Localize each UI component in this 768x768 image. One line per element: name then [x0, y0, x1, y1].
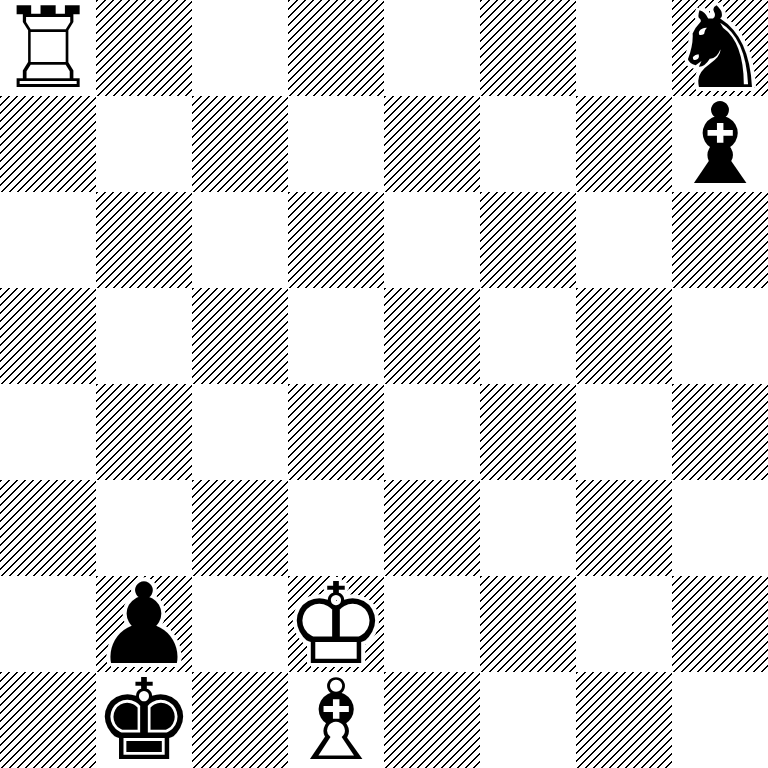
square-c8[interactable] — [192, 0, 288, 96]
square-f8[interactable] — [480, 0, 576, 96]
square-a7[interactable] — [0, 96, 96, 192]
square-h1[interactable] — [672, 672, 768, 768]
square-b4[interactable] — [96, 384, 192, 480]
square-g6[interactable] — [576, 192, 672, 288]
square-h2[interactable] — [672, 576, 768, 672]
square-h4[interactable] — [672, 384, 768, 480]
square-f5[interactable] — [480, 288, 576, 384]
square-c3[interactable] — [192, 480, 288, 576]
square-c1[interactable] — [192, 672, 288, 768]
square-c5[interactable] — [192, 288, 288, 384]
white-piece-glyph: ♖ — [0, 0, 96, 96]
square-e4[interactable] — [384, 384, 480, 480]
square-d5[interactable] — [288, 288, 384, 384]
square-d4[interactable] — [288, 384, 384, 480]
square-g3[interactable] — [576, 480, 672, 576]
square-c4[interactable] — [192, 384, 288, 480]
square-e6[interactable] — [384, 192, 480, 288]
square-g2[interactable] — [576, 576, 672, 672]
square-d6[interactable] — [288, 192, 384, 288]
square-f4[interactable] — [480, 384, 576, 480]
black-piece-glyph: ♝ — [672, 96, 768, 192]
square-e2[interactable] — [384, 576, 480, 672]
square-b6[interactable] — [96, 192, 192, 288]
black-piece-glyph: ♚ — [96, 672, 192, 768]
square-b8[interactable] — [96, 0, 192, 96]
square-f1[interactable] — [480, 672, 576, 768]
square-e1[interactable] — [384, 672, 480, 768]
square-a8[interactable]: ♜♖ — [0, 0, 96, 96]
piece-black-king: ♚♚ — [96, 672, 192, 768]
square-g7[interactable] — [576, 96, 672, 192]
square-b5[interactable] — [96, 288, 192, 384]
square-f6[interactable] — [480, 192, 576, 288]
square-f7[interactable] — [480, 96, 576, 192]
chess-board: ♜♖♞♞♝♝♟♟♚♔♚♚♝♗ — [0, 0, 768, 768]
square-f2[interactable] — [480, 576, 576, 672]
square-h3[interactable] — [672, 480, 768, 576]
square-a1[interactable] — [0, 672, 96, 768]
square-b7[interactable] — [96, 96, 192, 192]
square-c6[interactable] — [192, 192, 288, 288]
square-a3[interactable] — [0, 480, 96, 576]
square-g8[interactable] — [576, 0, 672, 96]
square-e3[interactable] — [384, 480, 480, 576]
square-h6[interactable] — [672, 192, 768, 288]
square-e5[interactable] — [384, 288, 480, 384]
square-c7[interactable] — [192, 96, 288, 192]
square-d1[interactable]: ♝♗ — [288, 672, 384, 768]
square-e7[interactable] — [384, 96, 480, 192]
square-c2[interactable] — [192, 576, 288, 672]
square-a5[interactable] — [0, 288, 96, 384]
piece-black-bishop: ♝♝ — [672, 96, 768, 192]
square-f3[interactable] — [480, 480, 576, 576]
square-d8[interactable] — [288, 0, 384, 96]
square-g1[interactable] — [576, 672, 672, 768]
square-a2[interactable] — [0, 576, 96, 672]
square-a6[interactable] — [0, 192, 96, 288]
piece-white-rook: ♜♖ — [0, 0, 96, 96]
square-h7[interactable]: ♝♝ — [672, 96, 768, 192]
square-h5[interactable] — [672, 288, 768, 384]
square-b1[interactable]: ♚♚ — [96, 672, 192, 768]
square-g5[interactable] — [576, 288, 672, 384]
piece-white-bishop: ♝♗ — [288, 672, 384, 768]
square-g4[interactable] — [576, 384, 672, 480]
square-d7[interactable] — [288, 96, 384, 192]
square-e8[interactable] — [384, 0, 480, 96]
square-a4[interactable] — [0, 384, 96, 480]
white-piece-glyph: ♗ — [288, 672, 384, 768]
